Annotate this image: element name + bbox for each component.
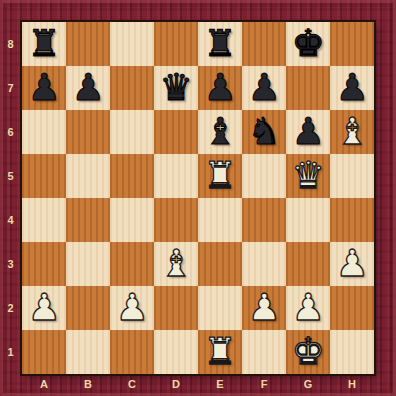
square-f3[interactable] [242, 242, 286, 286]
white-king-g1[interactable]: ♚ [286, 330, 330, 374]
rank-label-2: 2 [0, 286, 21, 330]
square-e1[interactable]: ♜ [198, 330, 242, 374]
file-label-h: H [330, 373, 374, 395]
square-a5[interactable] [22, 154, 66, 198]
rank-label-7: 7 [0, 66, 21, 110]
square-d4[interactable] [154, 198, 198, 242]
square-a3[interactable] [22, 242, 66, 286]
square-c2[interactable]: ♟ [110, 286, 154, 330]
white-rook-e5[interactable]: ♜ [198, 154, 242, 198]
square-e3[interactable] [198, 242, 242, 286]
black-pawn-b7[interactable]: ♟ [66, 66, 110, 110]
square-g2[interactable]: ♟ [286, 286, 330, 330]
square-f7[interactable]: ♟ [242, 66, 286, 110]
square-c4[interactable] [110, 198, 154, 242]
square-c1[interactable] [110, 330, 154, 374]
square-h5[interactable] [330, 154, 374, 198]
black-rook-e8[interactable]: ♜ [198, 22, 242, 66]
file-label-d: D [154, 373, 198, 395]
square-h7[interactable]: ♟ [330, 66, 374, 110]
square-d3[interactable]: ♝ [154, 242, 198, 286]
white-bishop-h6[interactable]: ♝ [330, 110, 374, 154]
square-f5[interactable] [242, 154, 286, 198]
file-label-g: G [286, 373, 330, 395]
square-d2[interactable] [154, 286, 198, 330]
square-e5[interactable]: ♜ [198, 154, 242, 198]
rank-label-6: 6 [0, 110, 21, 154]
white-rook-e1[interactable]: ♜ [198, 330, 242, 374]
square-c3[interactable] [110, 242, 154, 286]
square-b1[interactable] [66, 330, 110, 374]
square-f1[interactable] [242, 330, 286, 374]
square-c8[interactable] [110, 22, 154, 66]
square-f2[interactable]: ♟ [242, 286, 286, 330]
black-pawn-f7[interactable]: ♟ [242, 66, 286, 110]
square-a2[interactable]: ♟ [22, 286, 66, 330]
square-g8[interactable]: ♚ [286, 22, 330, 66]
rank-label-8: 8 [0, 22, 21, 66]
white-pawn-g2[interactable]: ♟ [286, 286, 330, 330]
black-rook-a8[interactable]: ♜ [22, 22, 66, 66]
chess-board: ♜♜♚♟♟♛♟♟♟♝♞♟♝♜♛♝♟♟♟♟♟♜♚ [22, 22, 374, 374]
square-a6[interactable] [22, 110, 66, 154]
white-pawn-c2[interactable]: ♟ [110, 286, 154, 330]
square-g1[interactable]: ♚ [286, 330, 330, 374]
black-pawn-h7[interactable]: ♟ [330, 66, 374, 110]
square-f8[interactable] [242, 22, 286, 66]
white-pawn-h3[interactable]: ♟ [330, 242, 374, 286]
square-c6[interactable] [110, 110, 154, 154]
square-b5[interactable] [66, 154, 110, 198]
square-h4[interactable] [330, 198, 374, 242]
square-b7[interactable]: ♟ [66, 66, 110, 110]
square-f6[interactable]: ♞ [242, 110, 286, 154]
square-e8[interactable]: ♜ [198, 22, 242, 66]
black-pawn-e7[interactable]: ♟ [198, 66, 242, 110]
black-queen-d7[interactable]: ♛ [154, 66, 198, 110]
square-e4[interactable] [198, 198, 242, 242]
square-d8[interactable] [154, 22, 198, 66]
file-label-a: A [22, 373, 66, 395]
white-queen-g5[interactable]: ♛ [286, 154, 330, 198]
square-e7[interactable]: ♟ [198, 66, 242, 110]
square-a8[interactable]: ♜ [22, 22, 66, 66]
white-pawn-a2[interactable]: ♟ [22, 286, 66, 330]
file-label-e: E [198, 373, 242, 395]
square-a4[interactable] [22, 198, 66, 242]
square-d6[interactable] [154, 110, 198, 154]
square-h6[interactable]: ♝ [330, 110, 374, 154]
white-pawn-f2[interactable]: ♟ [242, 286, 286, 330]
square-d5[interactable] [154, 154, 198, 198]
square-a7[interactable]: ♟ [22, 66, 66, 110]
rank-label-1: 1 [0, 330, 21, 374]
square-e2[interactable] [198, 286, 242, 330]
square-d7[interactable]: ♛ [154, 66, 198, 110]
square-c5[interactable] [110, 154, 154, 198]
square-f4[interactable] [242, 198, 286, 242]
square-g6[interactable]: ♟ [286, 110, 330, 154]
chess-board-frame: ♜♜♚♟♟♛♟♟♟♝♞♟♝♜♛♝♟♟♟♟♟♜♚ 87654321ABCDEFGH [0, 0, 396, 396]
black-king-g8[interactable]: ♚ [286, 22, 330, 66]
square-h3[interactable]: ♟ [330, 242, 374, 286]
black-bishop-e6[interactable]: ♝ [198, 110, 242, 154]
square-d1[interactable] [154, 330, 198, 374]
square-a1[interactable] [22, 330, 66, 374]
black-knight-f6[interactable]: ♞ [242, 110, 286, 154]
rank-label-4: 4 [0, 198, 21, 242]
square-b2[interactable] [66, 286, 110, 330]
square-e6[interactable]: ♝ [198, 110, 242, 154]
square-b3[interactable] [66, 242, 110, 286]
square-h2[interactable] [330, 286, 374, 330]
file-label-c: C [110, 373, 154, 395]
file-label-b: B [66, 373, 110, 395]
black-pawn-g6[interactable]: ♟ [286, 110, 330, 154]
rank-label-3: 3 [0, 242, 21, 286]
square-g3[interactable] [286, 242, 330, 286]
square-b6[interactable] [66, 110, 110, 154]
square-b4[interactable] [66, 198, 110, 242]
square-h1[interactable] [330, 330, 374, 374]
white-bishop-d3[interactable]: ♝ [154, 242, 198, 286]
square-h8[interactable] [330, 22, 374, 66]
square-b8[interactable] [66, 22, 110, 66]
file-label-f: F [242, 373, 286, 395]
square-g5[interactable]: ♛ [286, 154, 330, 198]
square-g4[interactable] [286, 198, 330, 242]
rank-label-5: 5 [0, 154, 21, 198]
square-g7[interactable] [286, 66, 330, 110]
black-pawn-a7[interactable]: ♟ [22, 66, 66, 110]
square-c7[interactable] [110, 66, 154, 110]
